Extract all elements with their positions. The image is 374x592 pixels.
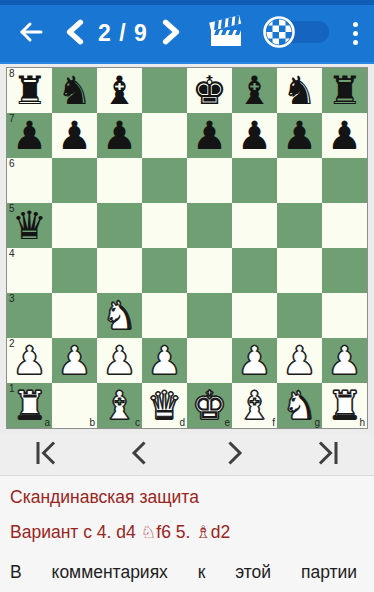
square-a3[interactable]: 3	[7, 293, 52, 338]
piece-bN-g8[interactable]: ♞	[282, 68, 317, 113]
square-h2[interactable]: ♟	[322, 338, 367, 383]
square-a6[interactable]: 6	[7, 158, 52, 203]
square-d8[interactable]	[142, 68, 187, 113]
file-label-h: h	[359, 417, 365, 428]
square-e2[interactable]	[187, 338, 232, 383]
piece-bP-f7[interactable]: ♟	[237, 113, 272, 158]
square-b5[interactable]	[52, 203, 97, 248]
rank-label-6: 6	[9, 158, 15, 169]
board-area: 8♜♞♝♚♝♞♜7♟♟♟♟♟♟♟65♛43♞2♟♟♟♟♟♟♟1a♜bc♝d♛e♚…	[0, 64, 374, 433]
chess-board: 8♜♞♝♚♝♞♜7♟♟♟♟♟♟♟65♛43♞2♟♟♟♟♟♟♟1a♜bc♝d♛e♚…	[6, 67, 368, 429]
square-e8[interactable]: ♚	[187, 68, 232, 113]
square-h7[interactable]: ♟	[322, 113, 367, 158]
rank-label-1: 1	[9, 383, 15, 394]
opening-title: Скандинавская защита	[10, 476, 364, 508]
square-d4[interactable]	[142, 248, 187, 293]
square-e4[interactable]	[187, 248, 232, 293]
piece-wR-a1[interactable]: ♜	[12, 383, 47, 428]
square-c4[interactable]	[97, 248, 142, 293]
square-c8[interactable]: ♝	[97, 68, 142, 113]
square-b3[interactable]	[52, 293, 97, 338]
kebab-menu-icon	[353, 22, 358, 27]
square-a1[interactable]: 1a♜	[7, 383, 52, 428]
file-label-g: g	[314, 417, 320, 428]
square-c2[interactable]: ♟	[97, 338, 142, 383]
piece-wP-c2[interactable]: ♟	[102, 338, 137, 383]
square-d2[interactable]: ♟	[142, 338, 187, 383]
chevron-right-icon	[160, 19, 182, 48]
prev-move-button[interactable]	[64, 21, 86, 47]
square-h8[interactable]: ♜	[322, 68, 367, 113]
piece-wB-c1[interactable]: ♝	[102, 383, 137, 428]
file-label-f: f	[272, 417, 275, 428]
piece-bP-g7[interactable]: ♟	[282, 113, 317, 158]
square-c1[interactable]: c♝	[97, 383, 142, 428]
square-f1[interactable]: f♝	[232, 383, 277, 428]
piece-bP-h7[interactable]: ♟	[327, 113, 362, 158]
square-a2[interactable]: 2♟	[7, 338, 52, 383]
chevron-left-icon	[64, 19, 86, 48]
square-a7[interactable]: 7♟	[7, 113, 52, 158]
square-c6[interactable]	[97, 158, 142, 203]
piece-wP-h2[interactable]: ♟	[327, 338, 362, 383]
square-f2[interactable]: ♟	[232, 338, 277, 383]
square-e7[interactable]: ♟	[187, 113, 232, 158]
square-d5[interactable]	[142, 203, 187, 248]
piece-bQ-a5[interactable]: ♛	[12, 203, 47, 248]
back-arrow-icon	[17, 20, 45, 47]
square-b4[interactable]	[52, 248, 97, 293]
move-navigator: 2 / 9	[64, 20, 182, 47]
rank-label-3: 3	[9, 293, 15, 304]
step-forward-icon	[219, 440, 249, 469]
square-a8[interactable]: 8♜	[7, 68, 52, 113]
square-a4[interactable]: 4	[7, 248, 52, 293]
step-back-button[interactable]	[123, 440, 157, 468]
piece-wP-f2[interactable]: ♟	[237, 338, 272, 383]
piece-bP-e7[interactable]: ♟	[192, 113, 227, 158]
square-g5[interactable]	[277, 203, 322, 248]
app-bar: 2 / 9	[0, 5, 374, 64]
clapperboard-icon	[207, 14, 247, 53]
chess-king-logo-toggle-icon	[259, 13, 335, 54]
board-style-toggle[interactable]	[259, 13, 335, 54]
square-g3[interactable]	[277, 293, 322, 338]
square-b2[interactable]: ♟	[52, 338, 97, 383]
piece-wP-g2[interactable]: ♟	[282, 338, 317, 383]
file-label-a: a	[44, 417, 50, 428]
commentary-text: В комментариях к этой партии	[10, 543, 364, 583]
square-d6[interactable]	[142, 158, 187, 203]
piece-wP-b2[interactable]: ♟	[57, 338, 92, 383]
square-h4[interactable]	[322, 248, 367, 293]
square-h3[interactable]	[322, 293, 367, 338]
square-c5[interactable]	[97, 203, 142, 248]
go-to-start-button[interactable]	[30, 440, 64, 468]
square-g1[interactable]: g♞	[277, 383, 322, 428]
rank-label-4: 4	[9, 248, 15, 259]
square-b8[interactable]: ♞	[52, 68, 97, 113]
rank-label-7: 7	[9, 113, 15, 124]
step-back-icon	[125, 440, 155, 469]
square-a5[interactable]: 5♛	[7, 203, 52, 248]
square-f3[interactable]	[232, 293, 277, 338]
square-f8[interactable]: ♝	[232, 68, 277, 113]
square-h1[interactable]: h♜	[322, 383, 367, 428]
piece-wK-e1[interactable]: ♚	[192, 383, 227, 428]
file-label-c: c	[135, 417, 140, 428]
square-e1[interactable]: e♚	[187, 383, 232, 428]
piece-bP-c7[interactable]: ♟	[102, 113, 137, 158]
piece-bP-b7[interactable]: ♟	[57, 113, 92, 158]
square-f6[interactable]	[232, 158, 277, 203]
square-g8[interactable]: ♞	[277, 68, 322, 113]
piece-bN-b8[interactable]: ♞	[57, 68, 92, 113]
piece-wR-h1[interactable]: ♜	[327, 383, 362, 428]
game-navigation-bar	[0, 433, 374, 475]
square-d3[interactable]	[142, 293, 187, 338]
piece-wN-c3[interactable]: ♞	[102, 293, 137, 338]
go-to-end-button[interactable]	[310, 440, 344, 468]
move-counter: 2 / 9	[98, 20, 148, 47]
square-b1[interactable]: b	[52, 383, 97, 428]
file-label-e: e	[224, 417, 230, 428]
square-h5[interactable]	[322, 203, 367, 248]
go-to-end-icon	[312, 440, 342, 469]
piece-bP-a7[interactable]: ♟	[12, 113, 47, 158]
square-f5[interactable]	[232, 203, 277, 248]
step-forward-button[interactable]	[217, 440, 251, 468]
piece-wB-f1[interactable]: ♝	[237, 383, 272, 428]
square-b7[interactable]: ♟	[52, 113, 97, 158]
next-move-button[interactable]	[160, 21, 182, 47]
piece-bK-e8[interactable]: ♚	[192, 68, 227, 113]
piece-bB-f8[interactable]: ♝	[237, 68, 272, 113]
square-d7[interactable]	[142, 113, 187, 158]
square-g6[interactable]	[277, 158, 322, 203]
square-b6[interactable]	[52, 158, 97, 203]
go-to-start-icon	[32, 440, 62, 469]
piece-bR-a8[interactable]: ♜	[12, 68, 47, 113]
file-label-d: d	[179, 417, 185, 428]
piece-wQ-d1[interactable]: ♛	[147, 383, 182, 428]
file-label-b: b	[89, 417, 95, 428]
square-f7[interactable]: ♟	[232, 113, 277, 158]
piece-wP-d2[interactable]: ♟	[147, 338, 182, 383]
square-g7[interactable]: ♟	[277, 113, 322, 158]
square-c7[interactable]: ♟	[97, 113, 142, 158]
overflow-menu-button[interactable]	[347, 18, 364, 49]
app-bar-actions	[207, 13, 364, 54]
variation-line: Вариант с 4. d4 ♘f6 5. ♗d2	[10, 508, 364, 543]
back-button[interactable]	[14, 19, 48, 49]
square-d1[interactable]: d♛	[142, 383, 187, 428]
rank-label-5: 5	[9, 203, 15, 214]
square-g2[interactable]: ♟	[277, 338, 322, 383]
square-f4[interactable]	[232, 248, 277, 293]
square-h6[interactable]	[322, 158, 367, 203]
piece-bB-c8[interactable]: ♝	[102, 68, 137, 113]
animation-button[interactable]	[207, 14, 247, 53]
square-c3[interactable]: ♞	[97, 293, 142, 338]
rank-label-2: 2	[9, 338, 15, 349]
piece-wN-g1[interactable]: ♞	[282, 383, 317, 428]
square-e3[interactable]	[187, 293, 232, 338]
rank-label-8: 8	[9, 68, 15, 79]
annotation-panel: Скандинавская защита Вариант с 4. d4 ♘f6…	[0, 476, 374, 592]
piece-wP-a2[interactable]: ♟	[12, 338, 47, 383]
square-e6[interactable]	[187, 158, 232, 203]
square-g4[interactable]	[277, 248, 322, 293]
square-e5[interactable]	[187, 203, 232, 248]
piece-bR-h8[interactable]: ♜	[327, 68, 362, 113]
